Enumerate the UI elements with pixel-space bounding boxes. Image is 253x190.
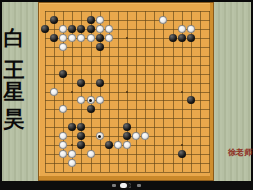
stone-white bbox=[123, 141, 131, 149]
stone-white bbox=[96, 25, 104, 33]
watermark-text: 徐老师 bbox=[228, 147, 252, 158]
video-frame: 白 王 星 昊 徐老师 bbox=[0, 0, 253, 190]
player-label-char-hao: 昊 bbox=[2, 109, 26, 130]
grid-line-horizontal bbox=[45, 20, 210, 21]
player-bar bbox=[0, 181, 253, 190]
stone-white bbox=[59, 34, 67, 42]
stone-black bbox=[123, 123, 131, 131]
stone-black bbox=[77, 25, 85, 33]
stone-black bbox=[41, 25, 49, 33]
stone-white bbox=[59, 105, 67, 113]
stone-black bbox=[87, 25, 95, 33]
grid-line-horizontal bbox=[45, 172, 210, 173]
stone-white bbox=[159, 16, 167, 24]
player-control-left-icon[interactable] bbox=[112, 184, 116, 187]
player-label-char-bai: 白 bbox=[2, 28, 26, 49]
stone-white bbox=[87, 34, 95, 42]
stone-white bbox=[132, 132, 140, 140]
stone-white-marked bbox=[87, 96, 95, 104]
stone-black bbox=[68, 25, 76, 33]
stone-black bbox=[77, 141, 85, 149]
player-label-char-xing: 星 bbox=[2, 82, 26, 103]
stone-black bbox=[50, 16, 58, 24]
stone-black bbox=[178, 34, 186, 42]
stone-black bbox=[77, 79, 85, 87]
star-point bbox=[126, 37, 128, 39]
stone-white bbox=[96, 96, 104, 104]
star-point bbox=[181, 144, 183, 146]
stone-white bbox=[59, 141, 67, 149]
stone-white bbox=[59, 43, 67, 51]
player-label-char-wang: 王 bbox=[2, 60, 26, 81]
grid-line-horizontal bbox=[45, 109, 210, 110]
stone-white bbox=[77, 34, 85, 42]
grid-line-horizontal bbox=[45, 47, 210, 48]
stone-black bbox=[96, 79, 104, 87]
stone-black bbox=[105, 141, 113, 149]
stone-white bbox=[114, 141, 122, 149]
stone-white bbox=[105, 34, 113, 42]
stone-white bbox=[50, 88, 58, 96]
grid-line-horizontal bbox=[45, 74, 210, 75]
stone-black bbox=[68, 123, 76, 131]
stone-white bbox=[77, 96, 85, 104]
grid-line-horizontal bbox=[45, 56, 210, 57]
stone-white bbox=[68, 150, 76, 158]
stone-ghost-cursor bbox=[96, 132, 104, 140]
star-point bbox=[126, 91, 128, 93]
stone-black bbox=[96, 34, 104, 42]
grid-line-horizontal bbox=[45, 65, 210, 66]
grid-line-horizontal bbox=[45, 118, 210, 119]
stone-black bbox=[77, 123, 85, 131]
stone-black bbox=[169, 34, 177, 42]
stone-white bbox=[59, 150, 67, 158]
stone-white bbox=[105, 25, 113, 33]
stone-black bbox=[87, 105, 95, 113]
stone-black bbox=[123, 132, 131, 140]
stone-black bbox=[96, 43, 104, 51]
player-control-right-icon[interactable] bbox=[137, 184, 141, 187]
stone-white bbox=[141, 132, 149, 140]
stone-black bbox=[77, 132, 85, 140]
stone-white bbox=[96, 16, 104, 24]
grid-line-horizontal bbox=[45, 83, 210, 84]
stone-black bbox=[178, 150, 186, 158]
stone-white bbox=[87, 150, 95, 158]
stone-black bbox=[87, 16, 95, 24]
stone-white bbox=[68, 34, 76, 42]
stone-black bbox=[59, 70, 67, 78]
grid-line-horizontal bbox=[45, 11, 210, 12]
stone-white bbox=[187, 25, 195, 33]
stone-white bbox=[178, 25, 186, 33]
player-toggle-pill[interactable] bbox=[120, 183, 131, 188]
stone-white bbox=[68, 159, 76, 167]
stone-black bbox=[187, 34, 195, 42]
stone-black bbox=[50, 34, 58, 42]
stone-white bbox=[59, 132, 67, 140]
go-board[interactable] bbox=[38, 2, 214, 181]
stone-white bbox=[59, 25, 67, 33]
frame-edge-right bbox=[251, 0, 253, 190]
grid-line-horizontal bbox=[45, 100, 210, 101]
star-point bbox=[181, 91, 183, 93]
stone-black bbox=[187, 96, 195, 104]
